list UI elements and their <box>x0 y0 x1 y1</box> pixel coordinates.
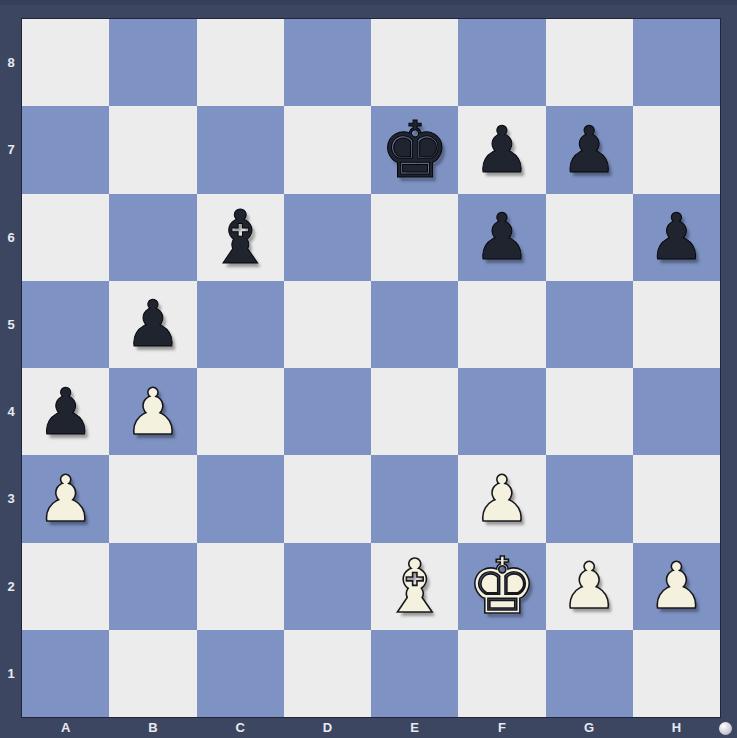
square-d8[interactable] <box>284 19 371 106</box>
square-h5[interactable] <box>633 281 720 368</box>
rank-label-8: 8 <box>0 19 22 106</box>
square-b2[interactable] <box>109 543 196 630</box>
piece-black-pawn-f6[interactable]: ♟ <box>473 205 530 269</box>
square-e2[interactable]: ♝ <box>371 543 458 630</box>
square-c1[interactable] <box>197 630 284 717</box>
square-a6[interactable] <box>22 194 109 281</box>
square-a7[interactable] <box>22 106 109 193</box>
square-g5[interactable] <box>546 281 633 368</box>
square-h6[interactable]: ♟ <box>633 194 720 281</box>
square-c8[interactable] <box>197 19 284 106</box>
square-c4[interactable] <box>197 368 284 455</box>
square-h3[interactable] <box>633 455 720 542</box>
square-e3[interactable] <box>371 455 458 542</box>
square-b5[interactable]: ♟ <box>109 281 196 368</box>
square-b3[interactable] <box>109 455 196 542</box>
piece-white-bishop-e2[interactable]: ♝ <box>381 549 447 623</box>
rank-label-2: 2 <box>0 543 22 630</box>
square-f4[interactable] <box>458 368 545 455</box>
rank-label-6: 6 <box>0 194 22 281</box>
square-a1[interactable] <box>22 630 109 717</box>
square-h2[interactable]: ♟ <box>633 543 720 630</box>
square-d6[interactable] <box>284 194 371 281</box>
square-g4[interactable] <box>546 368 633 455</box>
square-d7[interactable] <box>284 106 371 193</box>
square-e1[interactable] <box>371 630 458 717</box>
file-label-h: H <box>633 717 720 738</box>
square-a4[interactable]: ♟ <box>22 368 109 455</box>
chess-diagram: ♚♟♟♝♟♟♟♟♟♟♟♝♚♟♟ 87654321 ABCDEFGH <box>0 0 737 738</box>
square-f3[interactable]: ♟ <box>458 455 545 542</box>
piece-black-pawn-b5[interactable]: ♟ <box>124 292 181 356</box>
piece-white-pawn-h2[interactable]: ♟ <box>648 554 705 618</box>
piece-black-king-e7[interactable]: ♚ <box>380 111 450 189</box>
square-f2[interactable]: ♚ <box>458 543 545 630</box>
rank-label-4: 4 <box>0 368 22 455</box>
piece-black-pawn-a4[interactable]: ♟ <box>37 380 94 444</box>
piece-white-pawn-a3[interactable]: ♟ <box>37 467 94 531</box>
square-a2[interactable] <box>22 543 109 630</box>
piece-black-bishop-c6[interactable]: ♝ <box>207 200 273 274</box>
square-f5[interactable] <box>458 281 545 368</box>
square-e7[interactable]: ♚ <box>371 106 458 193</box>
square-b4[interactable]: ♟ <box>109 368 196 455</box>
file-label-d: D <box>284 717 371 738</box>
square-b8[interactable] <box>109 19 196 106</box>
square-f6[interactable]: ♟ <box>458 194 545 281</box>
file-label-b: B <box>109 717 196 738</box>
square-g7[interactable]: ♟ <box>546 106 633 193</box>
square-e5[interactable] <box>371 281 458 368</box>
square-a5[interactable] <box>22 281 109 368</box>
square-b7[interactable] <box>109 106 196 193</box>
piece-black-pawn-h6[interactable]: ♟ <box>648 205 705 269</box>
square-f1[interactable] <box>458 630 545 717</box>
square-h1[interactable] <box>633 630 720 717</box>
square-d3[interactable] <box>284 455 371 542</box>
square-e6[interactable] <box>371 194 458 281</box>
square-e4[interactable] <box>371 368 458 455</box>
file-label-c: C <box>197 717 284 738</box>
file-labels: ABCDEFGH <box>22 717 720 738</box>
square-c5[interactable] <box>197 281 284 368</box>
piece-black-pawn-f7[interactable]: ♟ <box>473 118 530 182</box>
piece-black-pawn-g7[interactable]: ♟ <box>560 118 617 182</box>
square-f8[interactable] <box>458 19 545 106</box>
square-g3[interactable] <box>546 455 633 542</box>
white-to-move-indicator <box>719 722 732 735</box>
rank-labels: 87654321 <box>0 19 22 717</box>
piece-white-pawn-b4[interactable]: ♟ <box>124 380 181 444</box>
square-g1[interactable] <box>546 630 633 717</box>
square-d4[interactable] <box>284 368 371 455</box>
square-b6[interactable] <box>109 194 196 281</box>
file-label-f: F <box>458 717 545 738</box>
square-b1[interactable] <box>109 630 196 717</box>
piece-white-king-f2[interactable]: ♚ <box>467 547 537 625</box>
square-c3[interactable] <box>197 455 284 542</box>
square-g2[interactable]: ♟ <box>546 543 633 630</box>
square-d5[interactable] <box>284 281 371 368</box>
rank-label-3: 3 <box>0 455 22 542</box>
piece-white-pawn-f3[interactable]: ♟ <box>473 467 530 531</box>
square-d2[interactable] <box>284 543 371 630</box>
square-h8[interactable] <box>633 19 720 106</box>
file-label-e: E <box>371 717 458 738</box>
chess-board: ♚♟♟♝♟♟♟♟♟♟♟♝♚♟♟ <box>22 19 720 717</box>
square-h7[interactable] <box>633 106 720 193</box>
square-d1[interactable] <box>284 630 371 717</box>
piece-white-pawn-g2[interactable]: ♟ <box>560 554 617 618</box>
square-g8[interactable] <box>546 19 633 106</box>
square-h4[interactable] <box>633 368 720 455</box>
rank-label-5: 5 <box>0 281 22 368</box>
square-a3[interactable]: ♟ <box>22 455 109 542</box>
square-c2[interactable] <box>197 543 284 630</box>
rank-label-7: 7 <box>0 106 22 193</box>
square-a8[interactable] <box>22 19 109 106</box>
square-e8[interactable] <box>371 19 458 106</box>
square-c7[interactable] <box>197 106 284 193</box>
rank-label-1: 1 <box>0 630 22 717</box>
file-label-a: A <box>22 717 109 738</box>
square-f7[interactable]: ♟ <box>458 106 545 193</box>
file-label-g: G <box>546 717 633 738</box>
square-c6[interactable]: ♝ <box>197 194 284 281</box>
square-g6[interactable] <box>546 194 633 281</box>
